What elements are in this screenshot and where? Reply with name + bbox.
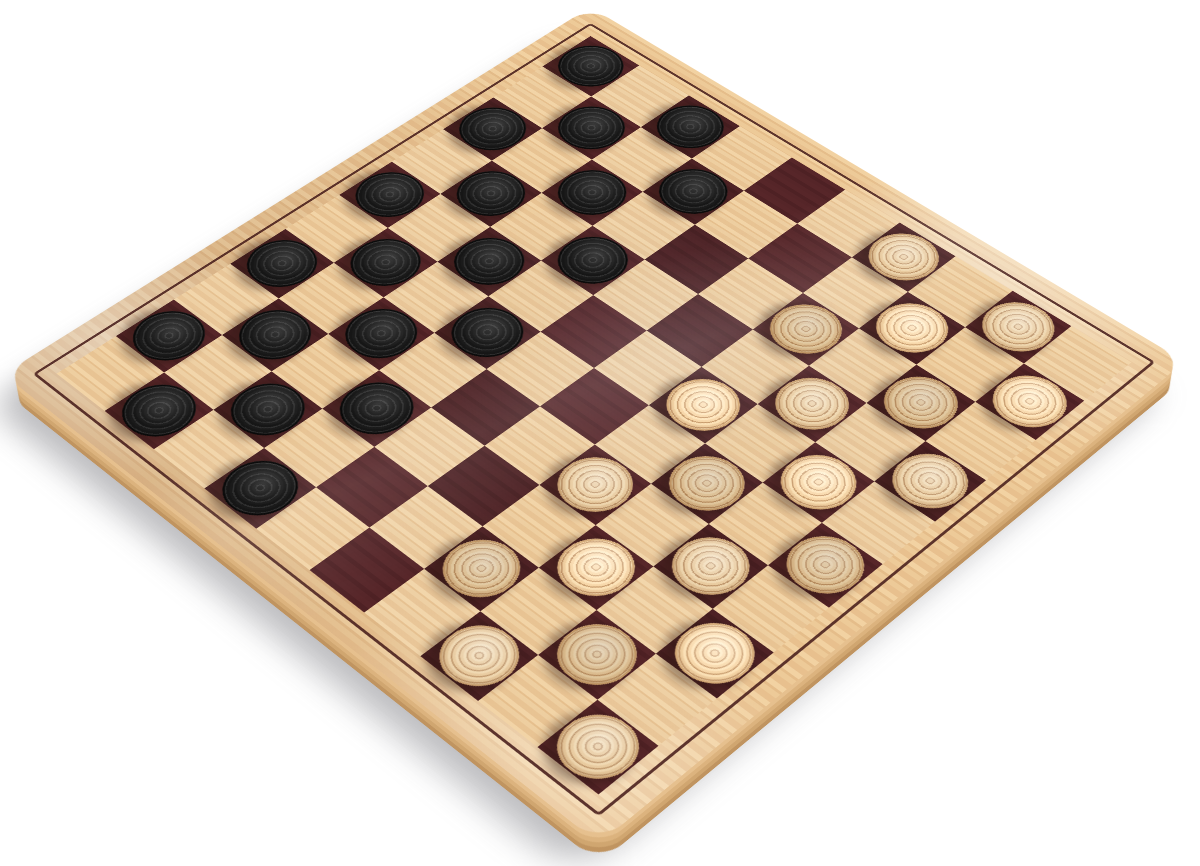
dark-square [421,611,539,701]
piece-side [765,444,871,520]
white-man [765,444,871,520]
white-man [861,294,962,363]
piece-top [542,527,651,608]
piece-shadow [755,520,879,612]
piece-shadow [750,440,871,527]
dark-square [874,441,986,521]
white-man [654,445,760,521]
dark-square [539,525,653,610]
piece-top [440,229,538,295]
dark-square [762,442,874,522]
piece-side [541,612,653,697]
piece-side [541,702,656,792]
piece-top [217,373,320,446]
piece-side [542,527,651,608]
piece-side [542,527,651,608]
white-man [427,528,536,609]
black-man [437,298,538,367]
piece-top [542,446,648,522]
black-man [337,230,435,296]
light-square [481,567,597,654]
piece-side [427,528,536,609]
piece-side [424,613,536,698]
piece-side [541,702,656,792]
piece-top [427,528,536,609]
piece-side [542,527,651,608]
light-square [595,405,705,483]
piece-shadow [525,607,652,704]
dark-square [316,447,428,528]
piece-top [541,612,653,697]
piece-top [108,374,211,447]
piece-side [656,526,765,607]
light-square [485,406,595,484]
piece-shadow [638,441,759,528]
piece-side [659,611,771,696]
piece-side [541,702,656,792]
light-square [478,655,597,747]
white-man [869,366,972,439]
piece-side [541,702,656,792]
piece-side [541,612,653,697]
piece-side [765,444,871,520]
piece-top [656,526,765,607]
piece-shadow [411,524,535,616]
piece-top [765,444,871,520]
dark-square [538,610,656,700]
piece-shadow [854,363,972,446]
white-man [659,611,771,696]
piece-shadow [192,446,313,533]
light-square [713,565,829,652]
piece-side [771,525,880,606]
piece-side [542,446,648,522]
dark-square [539,444,651,524]
piece-side [427,528,536,609]
piece-side [542,446,648,522]
piece-shadow [745,364,863,447]
piece-side [654,445,760,521]
black-man [225,300,326,369]
piece-shadow [527,442,648,529]
piece-side [424,613,536,698]
draughts-board [3,7,1185,844]
black-man [544,228,642,294]
piece-side [656,526,765,607]
piece-top [659,611,771,696]
piece-side [208,450,314,527]
piece-top [755,295,856,364]
piece-shadow [407,609,534,706]
black-man [443,163,539,226]
piece-top [225,300,326,369]
piece-side [654,445,760,521]
piece-side [656,526,765,607]
dark-square [428,446,540,527]
light-square [370,486,483,569]
dark-square [431,369,540,446]
piece-side [427,528,536,609]
dark-square [540,368,649,444]
light-square [375,407,485,485]
piece-top [331,299,432,368]
piece-side [877,443,983,519]
piece-side [771,525,880,606]
piece-side [424,613,536,698]
white-man [424,613,536,698]
piece-top [861,294,962,363]
piece-top [337,230,435,296]
light-square [597,566,713,653]
black-man [544,161,640,224]
white-man [541,702,656,792]
piece-side [877,443,983,519]
white-man [541,612,653,697]
piece-side [771,525,880,606]
piece-shadow [640,522,764,614]
light-square [265,409,375,488]
piece-shadow [524,697,655,800]
piece-top [541,702,656,792]
light-square [705,404,815,482]
piece-shadow [637,365,755,448]
piece-side [771,525,880,606]
piece-top [978,365,1081,438]
piece-side [654,445,760,521]
piece-top [869,366,972,439]
dark-square [205,448,317,529]
black-man [325,372,428,445]
piece-shadow [310,368,428,451]
white-man [771,525,880,606]
piece-top [325,372,428,445]
dark-square [651,443,763,523]
light-square [154,410,264,489]
black-man [440,229,538,295]
black-man [108,374,211,447]
piece-top [437,298,538,367]
white-man [755,295,856,364]
piece-shadow [526,523,650,615]
white-man [656,526,765,607]
light-square [364,569,480,656]
black-man [217,373,320,446]
piece-side [208,450,314,527]
piece-side [541,612,653,697]
light-square [596,484,709,567]
piece-side [542,446,648,522]
piece-top [544,228,642,294]
dark-square [768,523,882,608]
board-face [3,7,1185,844]
piece-top [654,445,760,521]
piece-side [541,612,653,697]
light-square [815,403,925,481]
white-man [542,527,651,608]
black-man [545,98,639,158]
piece-side [208,450,314,527]
black-man [331,299,432,368]
piece-side [542,527,651,608]
black-man [645,160,741,223]
piece-shadow [93,371,211,454]
photo-stage [0,0,1200,866]
piece-top [424,613,536,698]
piece-side [424,613,536,698]
piece-top [544,161,640,224]
white-man [542,446,648,522]
piece-top [877,443,983,519]
piece-shadow [862,439,983,526]
black-man [208,450,314,527]
piece-side [877,443,983,519]
piece-shadow [963,362,1081,445]
dark-square [656,609,774,698]
piece-shadow [202,369,320,452]
pieces-layer [57,36,1130,793]
piece-side [542,446,648,522]
piece-top [651,369,754,442]
white-man [651,369,754,442]
light-square [709,482,822,565]
piece-side [877,443,983,519]
white-man [978,365,1081,438]
piece-shadow [643,606,770,703]
dark-square [537,699,658,794]
piece-top [208,450,314,527]
piece-side [765,444,871,520]
light-square [483,485,596,568]
piece-top [760,368,863,441]
piece-side [765,444,871,520]
piece-side [656,526,765,607]
piece-side [208,450,314,527]
piece-top [645,160,741,223]
piece-side [659,611,771,696]
piece-top [545,98,639,158]
dark-square [424,526,538,611]
piece-side [654,445,760,521]
white-man [877,443,983,519]
light-square [257,487,370,570]
light-square [822,481,935,564]
piece-side [427,528,536,609]
white-man [760,368,863,441]
dark-square [310,527,424,612]
dark-square [653,524,767,609]
piece-top [771,525,880,606]
light-square [925,402,1035,480]
light-square [597,653,716,745]
piece-top [443,163,539,226]
piece-side [659,611,771,696]
piece-side [659,611,771,696]
